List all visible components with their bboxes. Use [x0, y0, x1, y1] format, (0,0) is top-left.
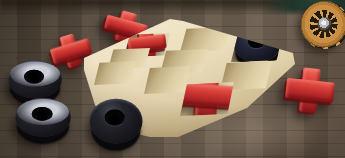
- spare-o-left-upper[interactable]: [8, 60, 62, 98]
- cell-2-1[interactable]: [144, 66, 190, 94]
- spare-x-right[interactable]: [284, 66, 336, 115]
- ring-hole: [32, 107, 53, 121]
- x-horizontal-bar: [177, 83, 236, 108]
- ring-hole: [24, 70, 44, 84]
- spare-o-left-lower[interactable]: [15, 98, 71, 137]
- toy-wheel: [301, 1, 345, 49]
- cell-2-2[interactable]: [180, 82, 234, 116]
- x-horizontal-bar: [285, 78, 335, 103]
- cell-2-0[interactable]: [94, 61, 136, 85]
- wheel-hub-icon: [318, 17, 333, 32]
- spare-o-front-center[interactable]: [90, 99, 143, 144]
- ring-hole: [105, 109, 125, 125]
